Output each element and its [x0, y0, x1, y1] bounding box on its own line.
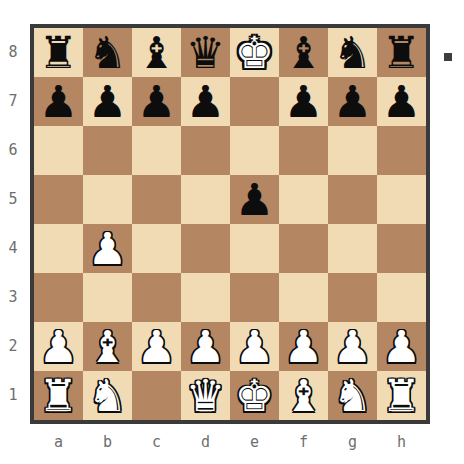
- square-a8[interactable]: ♜: [34, 28, 83, 77]
- rank-label-7: 7: [0, 77, 26, 126]
- rank-label-3: 3: [0, 273, 26, 322]
- piece-black-rook[interactable]: ♜: [39, 28, 78, 77]
- square-h8[interactable]: ♜: [377, 28, 426, 77]
- square-g8[interactable]: ♞: [328, 28, 377, 77]
- square-b5[interactable]: [83, 175, 132, 224]
- square-a4[interactable]: [34, 224, 83, 273]
- piece-black-pawn[interactable]: ♟: [39, 77, 78, 126]
- square-d8[interactable]: ♛: [181, 28, 230, 77]
- piece-white-bishop[interactable]: ♝: [284, 371, 323, 420]
- square-a1[interactable]: ♜: [34, 371, 83, 420]
- square-e6[interactable]: [230, 126, 279, 175]
- square-d4[interactable]: [181, 224, 230, 273]
- square-g6[interactable]: [328, 126, 377, 175]
- square-a5[interactable]: [34, 175, 83, 224]
- piece-white-king[interactable]: ♚: [235, 371, 274, 420]
- rank-label-1: 1: [0, 371, 26, 420]
- square-c1[interactable]: [132, 371, 181, 420]
- piece-white-pawn[interactable]: ♟: [284, 322, 323, 371]
- square-f6[interactable]: [279, 126, 328, 175]
- file-label-h: h: [377, 431, 426, 453]
- square-d1[interactable]: ♛: [181, 371, 230, 420]
- piece-white-pawn[interactable]: ♟: [333, 322, 372, 371]
- piece-black-knight[interactable]: ♞: [88, 28, 127, 77]
- square-c7[interactable]: ♟: [132, 77, 181, 126]
- square-c5[interactable]: [132, 175, 181, 224]
- file-label-g: g: [328, 431, 377, 453]
- square-h7[interactable]: ♟: [377, 77, 426, 126]
- square-d3[interactable]: [181, 273, 230, 322]
- piece-white-pawn[interactable]: ♟: [186, 322, 225, 371]
- square-f1[interactable]: ♝: [279, 371, 328, 420]
- file-label-d: d: [181, 431, 230, 453]
- piece-white-pawn[interactable]: ♟: [382, 322, 421, 371]
- square-h1[interactable]: ♜: [377, 371, 426, 420]
- square-d6[interactable]: [181, 126, 230, 175]
- piece-white-pawn[interactable]: ♟: [39, 322, 78, 371]
- file-label-a: a: [34, 431, 83, 453]
- square-c4[interactable]: [132, 224, 181, 273]
- square-a2[interactable]: ♟: [34, 322, 83, 371]
- chess-board: ♜♞♝♛♚♝♞♜♟♟♟♟♟♟♟♟♟♟♝♟♟♟♟♟♟♜♞♛♚♝♞♜: [30, 24, 430, 424]
- square-h3[interactable]: [377, 273, 426, 322]
- piece-black-pawn[interactable]: ♟: [284, 77, 323, 126]
- square-d7[interactable]: ♟: [181, 77, 230, 126]
- square-g2[interactable]: ♟: [328, 322, 377, 371]
- square-f8[interactable]: ♝: [279, 28, 328, 77]
- square-a6[interactable]: [34, 126, 83, 175]
- rank-label-4: 4: [0, 224, 26, 273]
- rank-label-6: 6: [0, 126, 26, 175]
- rank-label-5: 5: [0, 175, 26, 224]
- square-e3[interactable]: [230, 273, 279, 322]
- square-e5[interactable]: ♟: [230, 175, 279, 224]
- square-b4[interactable]: ♟: [83, 224, 132, 273]
- square-g5[interactable]: [328, 175, 377, 224]
- rank-label-2: 2: [0, 322, 26, 371]
- file-label-e: e: [230, 431, 279, 453]
- piece-black-rook[interactable]: ♜: [382, 28, 421, 77]
- square-c3[interactable]: [132, 273, 181, 322]
- piece-black-pawn[interactable]: ♟: [333, 77, 372, 126]
- square-b2[interactable]: ♝: [83, 322, 132, 371]
- piece-white-bishop[interactable]: ♝: [88, 322, 127, 371]
- square-h5[interactable]: [377, 175, 426, 224]
- square-c8[interactable]: ♝: [132, 28, 181, 77]
- piece-white-rook[interactable]: ♜: [39, 371, 78, 420]
- piece-white-rook[interactable]: ♜: [382, 371, 421, 420]
- square-f2[interactable]: ♟: [279, 322, 328, 371]
- piece-white-pawn[interactable]: ♟: [88, 224, 127, 273]
- piece-black-queen[interactable]: ♛: [186, 28, 225, 77]
- square-d2[interactable]: ♟: [181, 322, 230, 371]
- file-label-b: b: [83, 431, 132, 453]
- square-b3[interactable]: [83, 273, 132, 322]
- square-f7[interactable]: ♟: [279, 77, 328, 126]
- square-c2[interactable]: ♟: [132, 322, 181, 371]
- piece-white-queen[interactable]: ♛: [186, 371, 225, 420]
- file-label-c: c: [132, 431, 181, 453]
- square-a3[interactable]: [34, 273, 83, 322]
- piece-white-knight[interactable]: ♞: [333, 371, 372, 420]
- square-e2[interactable]: ♟: [230, 322, 279, 371]
- square-g1[interactable]: ♞: [328, 371, 377, 420]
- square-b6[interactable]: [83, 126, 132, 175]
- square-b7[interactable]: ♟: [83, 77, 132, 126]
- square-e8[interactable]: ♚: [230, 28, 279, 77]
- square-f4[interactable]: [279, 224, 328, 273]
- piece-white-pawn[interactable]: ♟: [235, 322, 274, 371]
- black-to-move-indicator: [444, 53, 452, 61]
- square-b1[interactable]: ♞: [83, 371, 132, 420]
- piece-black-pawn[interactable]: ♟: [382, 77, 421, 126]
- piece-black-pawn[interactable]: ♟: [137, 77, 176, 126]
- rank-label-8: 8: [0, 28, 26, 77]
- square-b8[interactable]: ♞: [83, 28, 132, 77]
- piece-black-bishop[interactable]: ♝: [137, 28, 176, 77]
- square-a7[interactable]: ♟: [34, 77, 83, 126]
- square-h4[interactable]: [377, 224, 426, 273]
- piece-white-knight[interactable]: ♞: [88, 371, 127, 420]
- square-e4[interactable]: [230, 224, 279, 273]
- piece-black-bishop[interactable]: ♝: [284, 28, 323, 77]
- square-c6[interactable]: [132, 126, 181, 175]
- square-f5[interactable]: [279, 175, 328, 224]
- piece-black-king[interactable]: ♚: [235, 28, 274, 77]
- square-g7[interactable]: ♟: [328, 77, 377, 126]
- piece-white-pawn[interactable]: ♟: [137, 322, 176, 371]
- piece-black-knight[interactable]: ♞: [333, 28, 372, 77]
- piece-black-pawn[interactable]: ♟: [235, 175, 274, 224]
- square-h6[interactable]: [377, 126, 426, 175]
- square-d5[interactable]: [181, 175, 230, 224]
- piece-black-pawn[interactable]: ♟: [186, 77, 225, 126]
- square-e1[interactable]: ♚: [230, 371, 279, 420]
- square-e7[interactable]: [230, 77, 279, 126]
- file-label-f: f: [279, 431, 328, 453]
- square-g4[interactable]: [328, 224, 377, 273]
- piece-black-pawn[interactable]: ♟: [88, 77, 127, 126]
- square-g3[interactable]: [328, 273, 377, 322]
- square-f3[interactable]: [279, 273, 328, 322]
- square-h2[interactable]: ♟: [377, 322, 426, 371]
